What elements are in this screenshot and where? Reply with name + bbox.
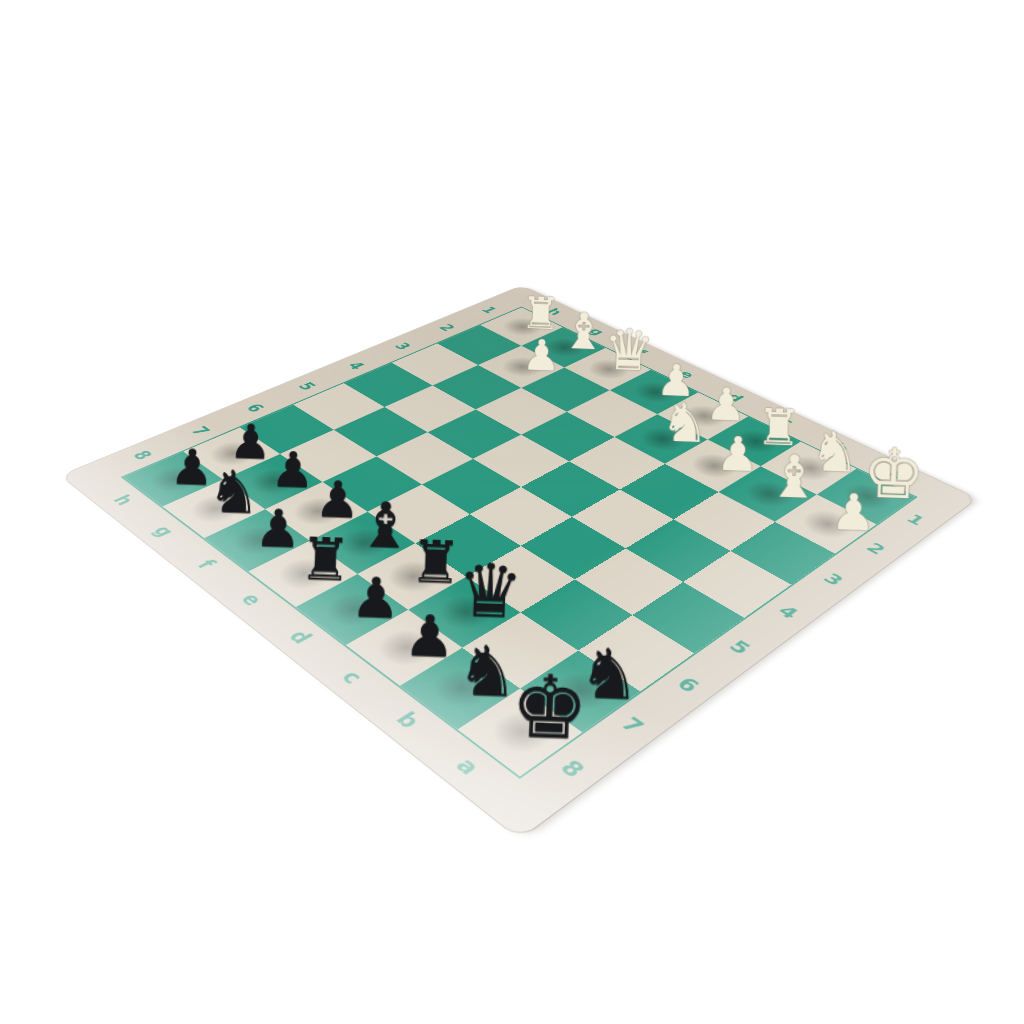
black-pawn[interactable]: ♟: [403, 606, 456, 665]
black-pawn[interactable]: ♟: [254, 501, 302, 554]
black-pawn[interactable]: ♟: [350, 569, 401, 626]
file-label-c: c: [328, 661, 376, 693]
file-label-a: a: [442, 748, 493, 785]
rank-label-3: 3: [812, 566, 855, 592]
black-bishop[interactable]: ♝: [356, 493, 414, 557]
black-rook[interactable]: ♜: [409, 532, 463, 592]
file-label-b: b: [383, 703, 433, 738]
black-pawn[interactable]: ♟: [270, 444, 315, 494]
black-rook[interactable]: ♜: [298, 529, 352, 589]
file-label-h: h: [103, 489, 144, 512]
rank-label-1: 1: [473, 303, 505, 318]
rank-label-2: 2: [855, 537, 896, 562]
white-knight[interactable]: ♞: [660, 396, 710, 451]
square-e5[interactable]: [422, 459, 521, 514]
rank-label-7: 7: [607, 708, 656, 743]
file-label-d: d: [277, 622, 323, 652]
black-queen[interactable]: ♛: [456, 553, 525, 629]
white-pawn[interactable]: ♟: [716, 429, 760, 478]
file-label-g: g: [142, 519, 184, 544]
white-pawn[interactable]: ♟: [830, 486, 876, 537]
rank-label-6: 6: [664, 669, 712, 701]
rank-label-8: 8: [547, 750, 598, 787]
black-knight[interactable]: ♞: [207, 462, 262, 522]
white-queen[interactable]: ♛: [603, 321, 655, 379]
white-pawn[interactable]: ♟: [522, 333, 561, 377]
black-knight[interactable]: ♞: [455, 636, 519, 707]
black-pawn[interactable]: ♟: [314, 473, 361, 525]
white-bishop[interactable]: ♝: [561, 306, 607, 357]
rank-label-4: 4: [766, 598, 810, 626]
chess-product-photo: ♟♟♜♞♟♟♝♟♟♛♜♝♟♟♜♞♟♟♛♟♜♞♝♞♚♞♟♚ 88776655443…: [0, 0, 1024, 1024]
black-king[interactable]: ♚: [509, 663, 590, 753]
chess-board-grid: ♟♟♜♞♟♟♝♟♟♛♜♝♟♟♜♞♟♟♛♟♜♞♝♞♚♞♟♚: [124, 308, 916, 777]
rank-label-1: 1: [895, 508, 935, 531]
white-pawn[interactable]: ♟: [705, 381, 746, 427]
file-label-f: f: [184, 551, 227, 577]
file-label-e: e: [229, 586, 274, 614]
chess-mat: ♟♟♜♞♟♟♝♟♟♛♜♝♟♟♜♞♟♟♛♟♜♞♝♞♚♞♟♚ 88776655443…: [61, 285, 977, 838]
rank-label-5: 5: [717, 633, 763, 663]
white-bishop[interactable]: ♝: [767, 447, 822, 507]
